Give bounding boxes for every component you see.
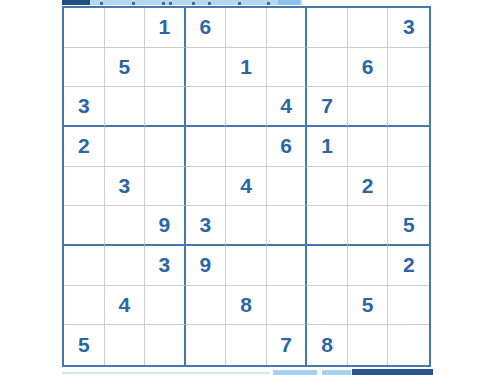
cropped-ui-fragment — [322, 370, 351, 375]
sudoku-cell[interactable]: 3 — [145, 246, 186, 286]
sudoku-cell[interactable] — [307, 48, 348, 88]
sudoku-cell[interactable]: 6 — [186, 8, 227, 48]
sudoku-cell[interactable]: 8 — [226, 286, 267, 326]
sudoku-cell[interactable] — [307, 246, 348, 286]
sudoku-cell[interactable]: 9 — [145, 206, 186, 246]
cropped-banner-bright-segment — [278, 0, 300, 5]
cropped-text-fragment — [238, 2, 241, 5]
sudoku-cell[interactable] — [388, 167, 429, 207]
sudoku-cell[interactable] — [388, 48, 429, 88]
sudoku-cell[interactable]: 7 — [307, 87, 348, 127]
sudoku-cell[interactable] — [226, 87, 267, 127]
sudoku-cell[interactable]: 6 — [267, 127, 308, 167]
sudoku-cell[interactable]: 2 — [348, 167, 389, 207]
sudoku-cell[interactable] — [105, 206, 146, 246]
sudoku-cell[interactable] — [267, 48, 308, 88]
sudoku-cell[interactable] — [64, 246, 105, 286]
sudoku-cell[interactable] — [267, 286, 308, 326]
sudoku-cell[interactable] — [267, 8, 308, 48]
sudoku-cell[interactable] — [186, 325, 227, 365]
sudoku-cell[interactable] — [145, 48, 186, 88]
sudoku-cell[interactable] — [226, 206, 267, 246]
cropped-text-fragment — [132, 2, 135, 5]
cropped-ui-fragment — [352, 369, 433, 375]
sudoku-cell[interactable] — [145, 167, 186, 207]
sudoku-cell[interactable] — [64, 8, 105, 48]
sudoku-cell[interactable] — [105, 8, 146, 48]
sudoku-cell[interactable] — [267, 246, 308, 286]
sudoku-cell[interactable] — [226, 8, 267, 48]
cropped-text-fragment — [100, 2, 103, 5]
sudoku-cell[interactable] — [226, 246, 267, 286]
sudoku-cell[interactable] — [388, 87, 429, 127]
sudoku-cell[interactable] — [105, 87, 146, 127]
sudoku-cell[interactable]: 5 — [348, 286, 389, 326]
cropped-ui-fragment — [273, 370, 317, 375]
sudoku-cell[interactable]: 4 — [226, 167, 267, 207]
sudoku-cell[interactable] — [388, 286, 429, 326]
sudoku-cell[interactable]: 5 — [105, 48, 146, 88]
sudoku-cell[interactable] — [186, 127, 227, 167]
sudoku-board: 163516347261342935392485578 — [62, 6, 431, 367]
sudoku-cell[interactable] — [64, 48, 105, 88]
sudoku-cell[interactable]: 6 — [348, 48, 389, 88]
sudoku-cell[interactable]: 3 — [186, 206, 227, 246]
sudoku-cell[interactable]: 9 — [186, 246, 227, 286]
sudoku-cell[interactable] — [64, 167, 105, 207]
sudoku-cell[interactable] — [145, 127, 186, 167]
sudoku-cell[interactable] — [145, 87, 186, 127]
cropped-ui-fragment — [62, 372, 270, 374]
sudoku-cell[interactable] — [348, 206, 389, 246]
sudoku-cell[interactable] — [388, 325, 429, 365]
sudoku-cell[interactable]: 5 — [388, 206, 429, 246]
sudoku-cell[interactable]: 8 — [307, 325, 348, 365]
sudoku-cell[interactable] — [348, 87, 389, 127]
sudoku-cell[interactable]: 1 — [145, 8, 186, 48]
sudoku-cell[interactable] — [105, 246, 146, 286]
sudoku-cell[interactable]: 2 — [388, 246, 429, 286]
sudoku-cell[interactable] — [307, 167, 348, 207]
sudoku-cell[interactable] — [307, 206, 348, 246]
sudoku-cell[interactable] — [145, 325, 186, 365]
sudoku-cell[interactable]: 5 — [64, 325, 105, 365]
sudoku-cell[interactable] — [307, 286, 348, 326]
sudoku-cell[interactable] — [186, 48, 227, 88]
sudoku-cell[interactable] — [226, 127, 267, 167]
sudoku-cell[interactable] — [64, 286, 105, 326]
sudoku-cell[interactable] — [267, 167, 308, 207]
sudoku-cell[interactable] — [388, 127, 429, 167]
sudoku-cell[interactable]: 4 — [267, 87, 308, 127]
sudoku-cell[interactable] — [105, 325, 146, 365]
sudoku-cell[interactable] — [105, 127, 146, 167]
sudoku-cell[interactable] — [307, 8, 348, 48]
sudoku-cell[interactable]: 1 — [226, 48, 267, 88]
sudoku-cell[interactable] — [186, 87, 227, 127]
sudoku-cell[interactable]: 3 — [64, 87, 105, 127]
sudoku-screen: 163516347261342935392485578 — [0, 0, 500, 375]
sudoku-cell[interactable] — [145, 286, 186, 326]
sudoku-cell[interactable] — [226, 325, 267, 365]
sudoku-cell[interactable] — [348, 127, 389, 167]
sudoku-cell[interactable] — [348, 325, 389, 365]
sudoku-cell[interactable] — [348, 8, 389, 48]
sudoku-cell[interactable]: 3 — [105, 167, 146, 207]
sudoku-cell[interactable] — [186, 286, 227, 326]
cropped-banner-strip — [62, 0, 302, 5]
sudoku-cell[interactable] — [186, 167, 227, 207]
cropped-banner-dark-block — [62, 0, 90, 5]
cropped-text-fragment — [267, 2, 270, 5]
cropped-text-fragment — [169, 2, 172, 5]
sudoku-cell[interactable] — [64, 206, 105, 246]
sudoku-cell[interactable]: 1 — [307, 127, 348, 167]
cropped-text-fragment — [162, 2, 165, 5]
sudoku-cell[interactable]: 7 — [267, 325, 308, 365]
sudoku-cell[interactable] — [267, 206, 308, 246]
sudoku-cell[interactable]: 2 — [64, 127, 105, 167]
sudoku-cell[interactable]: 4 — [105, 286, 146, 326]
sudoku-cell[interactable]: 3 — [388, 8, 429, 48]
sudoku-cell[interactable] — [348, 246, 389, 286]
cropped-text-fragment — [192, 2, 195, 5]
cropped-text-fragment — [208, 2, 211, 5]
